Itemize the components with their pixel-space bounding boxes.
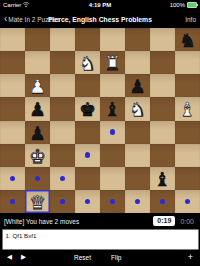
piece-white-knight[interactable]: ♞ (125, 97, 150, 120)
bottom-toolbar: ◀ ▶ Reset Flip + (0, 250, 200, 264)
square-g3[interactable] (150, 144, 175, 167)
square-b1[interactable]: ♛ (25, 190, 50, 213)
square-h7[interactable] (175, 51, 200, 74)
square-c1[interactable] (50, 190, 75, 213)
square-c8[interactable] (50, 28, 75, 51)
square-e5[interactable]: ♝ (100, 97, 125, 120)
square-g6[interactable] (150, 74, 175, 97)
square-f5[interactable]: ♞ (125, 97, 150, 120)
legal-move-dot[interactable] (35, 176, 41, 182)
square-a2[interactable] (0, 167, 25, 190)
status-bar: 4:19 PM Carrier 100% (0, 0, 200, 10)
square-d5[interactable]: ♚ (75, 97, 100, 120)
legal-move-dot[interactable] (60, 199, 66, 205)
square-h2[interactable] (175, 167, 200, 190)
move-list-panel: 1. Qf1 Bxf1 (2, 229, 199, 250)
square-h1[interactable] (175, 190, 200, 213)
square-f8[interactable] (125, 28, 150, 51)
legal-move-dot[interactable] (185, 199, 191, 205)
square-c4[interactable] (50, 121, 75, 144)
back-button[interactable]: ‹ Mate In 2 Puzzles (4, 15, 60, 24)
square-e2[interactable] (100, 167, 125, 190)
legal-move-dot[interactable] (85, 152, 91, 158)
app-screen: 4:19 PM Carrier 100% Pierce, English Che… (0, 0, 200, 266)
legal-move-dot[interactable] (110, 199, 116, 205)
square-h8[interactable]: ♞ (175, 28, 200, 51)
piece-white-bishop[interactable]: ♝ (175, 97, 200, 120)
square-f3[interactable] (125, 144, 150, 167)
piece-white-queen[interactable]: ♛ (25, 190, 50, 213)
timer-elapsed: 0:19 (153, 216, 175, 226)
square-e8[interactable] (100, 28, 125, 51)
legal-move-dot[interactable] (135, 199, 141, 205)
square-f7[interactable] (125, 51, 150, 74)
piece-black-bishop[interactable]: ♝ (150, 167, 175, 190)
move-list-text: 1. Qf1 Bxf1 (6, 232, 37, 239)
square-e6[interactable] (100, 74, 125, 97)
square-g8[interactable] (150, 28, 175, 51)
square-g2[interactable]: ♝ (150, 167, 175, 190)
square-h5[interactable]: ♝ (175, 97, 200, 120)
nav-bar: Pierce, English Chess Problems ‹ Mate In… (0, 10, 200, 28)
square-d8[interactable] (75, 28, 100, 51)
back-chevron-icon: ‹ (4, 14, 7, 24)
square-f6[interactable]: ♟ (125, 74, 150, 97)
square-f4[interactable] (125, 121, 150, 144)
square-g7[interactable] (150, 51, 175, 74)
square-g1[interactable] (150, 190, 175, 213)
flip-button[interactable]: Flip (111, 254, 121, 261)
square-f1[interactable] (125, 190, 150, 213)
piece-black-king[interactable]: ♚ (75, 97, 100, 120)
square-a7[interactable] (0, 51, 25, 74)
piece-black-bishop[interactable]: ♝ (100, 97, 125, 120)
square-b6[interactable]: ♟ (25, 74, 50, 97)
square-b5[interactable]: ♟ (25, 97, 50, 120)
prompt-bar: [White] You have 2 moves 0:19 0:00 (0, 213, 200, 229)
square-a4[interactable] (0, 121, 25, 144)
piece-white-pawn[interactable]: ♟ (25, 74, 50, 97)
square-a1[interactable] (0, 190, 25, 213)
square-d7[interactable]: ♞ (75, 51, 100, 74)
legal-move-dot[interactable] (110, 129, 116, 135)
square-e1[interactable] (100, 190, 125, 213)
turn-message: [White] You have 2 moves (4, 218, 79, 225)
square-c7[interactable] (50, 51, 75, 74)
square-d4[interactable] (75, 121, 100, 144)
piece-white-king[interactable]: ♚ (25, 144, 50, 167)
square-d3[interactable] (75, 144, 100, 167)
square-a5[interactable] (0, 97, 25, 120)
square-e3[interactable] (100, 144, 125, 167)
square-g4[interactable] (150, 121, 175, 144)
step-back-button[interactable]: ◀ (7, 253, 12, 261)
piece-white-knight[interactable]: ♞ (75, 51, 100, 74)
legal-move-dot[interactable] (60, 176, 66, 182)
clock-text: 4:19 PM (0, 0, 200, 10)
square-g5[interactable] (150, 97, 175, 120)
back-button-label: Mate In 2 Puzzles (8, 16, 60, 23)
square-c5[interactable] (50, 97, 75, 120)
square-e4[interactable] (100, 121, 125, 144)
square-d1[interactable] (75, 190, 100, 213)
legal-move-dot[interactable] (10, 176, 16, 182)
reset-button[interactable]: Reset (74, 254, 91, 261)
square-h4[interactable] (175, 121, 200, 144)
battery-icon (187, 2, 197, 8)
piece-black-knight[interactable]: ♞ (175, 28, 200, 51)
square-h3[interactable] (175, 144, 200, 167)
square-d6[interactable] (75, 74, 100, 97)
legal-move-dot[interactable] (10, 199, 16, 205)
square-h6[interactable] (175, 74, 200, 97)
square-c2[interactable] (50, 167, 75, 190)
square-c3[interactable] (50, 144, 75, 167)
square-a8[interactable] (0, 28, 25, 51)
piece-black-pawn[interactable]: ♟ (25, 97, 50, 120)
add-button[interactable]: + (188, 253, 193, 262)
square-b4[interactable]: ♟ (25, 121, 50, 144)
square-d2[interactable] (75, 167, 100, 190)
legal-move-dot[interactable] (160, 199, 166, 205)
chess-board: ♞♞♜♟♟♟♚♝♞♝♟♚♝♛ (0, 28, 200, 213)
square-c6[interactable] (50, 74, 75, 97)
info-button[interactable]: Info (185, 16, 196, 23)
square-f2[interactable] (125, 167, 150, 190)
square-e7[interactable]: ♜ (100, 51, 125, 74)
legal-move-dot[interactable] (85, 199, 91, 205)
square-a3[interactable] (0, 144, 25, 167)
square-b3[interactable]: ♚ (25, 144, 50, 167)
step-forward-button[interactable]: ▶ (21, 253, 26, 261)
piece-white-rook[interactable]: ♜ (100, 51, 125, 74)
piece-black-pawn[interactable]: ♟ (125, 74, 150, 97)
square-b8[interactable] (25, 28, 50, 51)
square-a6[interactable] (0, 74, 25, 97)
timer-secondary: 0:00 (180, 218, 194, 225)
square-b7[interactable] (25, 51, 50, 74)
square-b2[interactable] (25, 167, 50, 190)
piece-black-pawn[interactable]: ♟ (25, 121, 50, 144)
